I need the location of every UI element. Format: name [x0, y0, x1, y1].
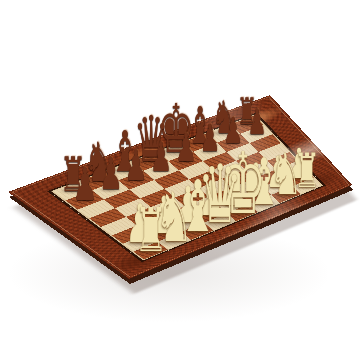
piece-glyph: ♟: [99, 153, 123, 197]
piece-glyph: ♟: [175, 128, 197, 167]
piece-glyph: ♟: [150, 136, 173, 177]
scene: ♜♞♟♝♟♚♟♟♛♟♝♟♟♞♜♟♟♜♞♟♟♝♟♚♟♛♟♝♟♞♟♜: [0, 0, 360, 360]
piece-glyph: ♟: [72, 162, 97, 207]
piece-glyph: ♟: [125, 145, 148, 187]
piece-glyph: ♜: [134, 200, 167, 260]
